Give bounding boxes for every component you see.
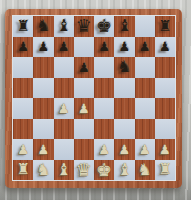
- black-pawn: ♟: [94, 37, 114, 58]
- black-bishop: ♝: [114, 16, 134, 37]
- white-pawn: ♟: [74, 98, 94, 119]
- square-c2[interactable]: [54, 139, 74, 160]
- black-king: ♚: [94, 16, 114, 37]
- white-knight: ♞: [33, 160, 53, 181]
- square-d5[interactable]: [74, 78, 94, 99]
- square-e8[interactable]: ♚: [94, 16, 114, 37]
- white-bishop: ♝: [114, 160, 134, 181]
- square-b5[interactable]: [33, 78, 53, 99]
- black-pawn: ♟: [155, 37, 175, 58]
- square-f3[interactable]: [114, 119, 134, 140]
- square-f2[interactable]: ♟: [114, 139, 134, 160]
- square-b3[interactable]: [33, 119, 53, 140]
- square-e6[interactable]: [94, 57, 114, 78]
- square-f4[interactable]: [114, 98, 134, 119]
- black-queen: ♛: [74, 16, 94, 37]
- square-g5[interactable]: [135, 78, 155, 99]
- square-b8[interactable]: ♞: [33, 16, 53, 37]
- black-knight: ♞: [33, 16, 53, 37]
- square-c7[interactable]: ♟: [54, 37, 74, 58]
- square-a5[interactable]: [13, 78, 33, 99]
- square-g7[interactable]: ♟: [135, 37, 155, 58]
- white-pawn: ♟: [114, 139, 134, 160]
- square-h4[interactable]: [155, 98, 175, 119]
- square-c6[interactable]: [54, 57, 74, 78]
- square-c5[interactable]: [54, 78, 74, 99]
- square-f7[interactable]: ♟: [114, 37, 134, 58]
- square-d6[interactable]: ♟: [74, 57, 94, 78]
- square-h2[interactable]: ♟: [155, 139, 175, 160]
- square-f6[interactable]: ♞: [114, 57, 134, 78]
- white-pawn: ♟: [155, 139, 175, 160]
- square-h8[interactable]: ♜: [155, 16, 175, 37]
- white-pawn: ♟: [33, 139, 53, 160]
- square-e2[interactable]: ♟: [94, 139, 114, 160]
- square-c3[interactable]: [54, 119, 74, 140]
- white-queen: ♛: [74, 160, 94, 181]
- square-g3[interactable]: [135, 119, 155, 140]
- square-g2[interactable]: ♟: [135, 139, 155, 160]
- white-pawn: ♟: [54, 98, 74, 119]
- black-pawn: ♟: [135, 37, 155, 58]
- white-pawn: ♟: [94, 139, 114, 160]
- black-pawn: ♟: [13, 37, 33, 58]
- square-h7[interactable]: ♟: [155, 37, 175, 58]
- black-rook: ♜: [155, 16, 175, 37]
- white-king: ♚: [94, 160, 114, 181]
- square-b6[interactable]: [33, 57, 53, 78]
- square-g1[interactable]: ♞: [135, 160, 155, 181]
- black-rook: ♜: [13, 16, 33, 37]
- square-g4[interactable]: [135, 98, 155, 119]
- square-b2[interactable]: ♟: [33, 139, 53, 160]
- board-grid: ♜♞♝♛♚♝♜♟♟♟♟♟♟♟♟♞♟♟♟♟♟♟♟♟♜♞♝♛♚♝♞♜: [12, 15, 176, 181]
- square-d2[interactable]: [74, 139, 94, 160]
- chess-board: ♜♞♝♛♚♝♜♟♟♟♟♟♟♟♟♞♟♟♟♟♟♟♟♟♜♞♝♛♚♝♞♜: [5, 9, 182, 188]
- square-h5[interactable]: [155, 78, 175, 99]
- square-g6[interactable]: [135, 57, 155, 78]
- square-a7[interactable]: ♟: [13, 37, 33, 58]
- black-bishop: ♝: [54, 16, 74, 37]
- white-pawn: ♟: [13, 139, 33, 160]
- square-b7[interactable]: ♟: [33, 37, 53, 58]
- square-h3[interactable]: [155, 119, 175, 140]
- black-pawn: ♟: [33, 37, 53, 58]
- square-e5[interactable]: [94, 78, 114, 99]
- white-rook: ♜: [155, 160, 175, 181]
- square-e7[interactable]: ♟: [94, 37, 114, 58]
- square-c1[interactable]: ♝: [54, 160, 74, 181]
- square-a8[interactable]: ♜: [13, 16, 33, 37]
- black-pawn: ♟: [114, 37, 134, 58]
- square-h6[interactable]: [155, 57, 175, 78]
- square-c4[interactable]: ♟: [54, 98, 74, 119]
- square-e3[interactable]: [94, 119, 114, 140]
- white-bishop: ♝: [54, 160, 74, 181]
- table-surface: ♜♞♝♛♚♝♜♟♟♟♟♟♟♟♟♞♟♟♟♟♟♟♟♟♜♞♝♛♚♝♞♜: [0, 0, 191, 200]
- square-b4[interactable]: [33, 98, 53, 119]
- square-g8[interactable]: [135, 16, 155, 37]
- square-b1[interactable]: ♞: [33, 160, 53, 181]
- square-d3[interactable]: [74, 119, 94, 140]
- black-knight: ♞: [114, 57, 134, 78]
- black-pawn: ♟: [54, 37, 74, 58]
- square-a1[interactable]: ♜: [13, 160, 33, 181]
- square-d1[interactable]: ♛: [74, 160, 94, 181]
- square-a3[interactable]: [13, 119, 33, 140]
- square-d8[interactable]: ♛: [74, 16, 94, 37]
- square-a2[interactable]: ♟: [13, 139, 33, 160]
- square-d7[interactable]: [74, 37, 94, 58]
- square-a6[interactable]: [13, 57, 33, 78]
- square-c8[interactable]: ♝: [54, 16, 74, 37]
- square-a4[interactable]: [13, 98, 33, 119]
- white-pawn: ♟: [135, 139, 155, 160]
- square-d4[interactable]: ♟: [74, 98, 94, 119]
- black-pawn: ♟: [74, 57, 94, 78]
- square-f5[interactable]: [114, 78, 134, 99]
- square-e1[interactable]: ♚: [94, 160, 114, 181]
- square-e4[interactable]: [94, 98, 114, 119]
- white-knight: ♞: [135, 160, 155, 181]
- square-f1[interactable]: ♝: [114, 160, 134, 181]
- square-h1[interactable]: ♜: [155, 160, 175, 181]
- white-rook: ♜: [13, 160, 33, 181]
- square-f8[interactable]: ♝: [114, 16, 134, 37]
